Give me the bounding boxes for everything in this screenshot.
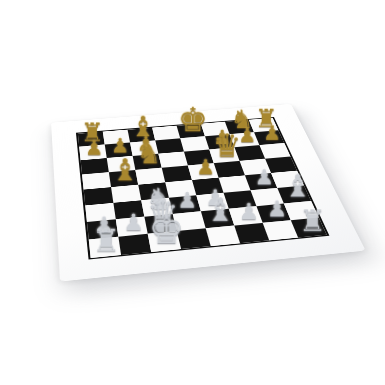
square-a7: ♟ <box>79 145 107 161</box>
silver-rook-h1: ♜ <box>299 206 325 235</box>
square-b5: ♝ <box>109 170 138 187</box>
silver-bishop-e2: ♝ <box>205 194 234 226</box>
square-e8: ♚ <box>177 124 205 139</box>
square-a1: ♜ <box>89 237 121 258</box>
square-b1 <box>118 234 151 255</box>
gold-queen-f6: ♛ <box>212 130 241 162</box>
square-a5 <box>82 172 111 189</box>
gold-pawn-e5: ♟ <box>196 157 215 178</box>
square-g2: ♟ <box>256 204 290 223</box>
gold-king-e8: ♚ <box>177 103 207 136</box>
silver-pawn-g4: ♟ <box>254 167 273 188</box>
silver-rook-a1: ♜ <box>92 225 119 255</box>
square-b4 <box>111 185 141 203</box>
gold-pawn-h7: ♟ <box>263 124 281 144</box>
chess-board: ♜♝♚♞♜♟♟♟♟♟♟♞♛♝♟♟♞♟♟♝♟♟♛♝♟♟♜♚♜ <box>78 118 327 258</box>
board-white-border: ♜♝♚♞♜♟♟♟♟♟♟♞♛♝♟♟♞♟♟♝♟♟♛♝♟♟♜♚♜ <box>51 104 366 282</box>
board-frame: ♜♝♚♞♜♟♟♟♟♟♟♞♛♝♟♟♞♟♟♝♟♟♛♝♟♟♜♚♜ <box>76 117 330 260</box>
gold-knight-c6: ♞ <box>136 141 161 168</box>
square-h1: ♜ <box>291 217 327 237</box>
gold-bishop-b5: ♝ <box>111 155 138 185</box>
square-b2: ♟ <box>116 217 148 237</box>
square-c1: ♚ <box>148 231 181 252</box>
silver-king-c1: ♚ <box>148 210 184 250</box>
square-h6 <box>259 143 290 159</box>
board-perspective-wrapper: ♜♝♚♞♜♟♟♟♟♟♟♞♛♝♟♟♞♟♟♝♟♟♛♝♟♟♜♚♜ <box>51 104 366 282</box>
silver-pawn-b2: ♟ <box>123 212 144 235</box>
square-e2: ♝ <box>201 209 234 229</box>
silver-pawn-f2: ♟ <box>238 201 258 224</box>
silver-bishop-h3: ♝ <box>283 171 311 202</box>
square-d5 <box>162 165 192 182</box>
chess-set-photo: ♜♝♚♞♜♟♟♟♟♟♟♞♛♝♟♟♞♟♟♝♟♟♛♝♟♟♜♚♜ <box>0 0 385 385</box>
gold-pawn-a7: ♟ <box>85 138 103 158</box>
square-e5: ♟ <box>188 163 219 180</box>
square-h7: ♟ <box>254 130 284 145</box>
silver-pawn-g2: ♟ <box>266 198 286 220</box>
square-g4: ♟ <box>245 173 277 190</box>
